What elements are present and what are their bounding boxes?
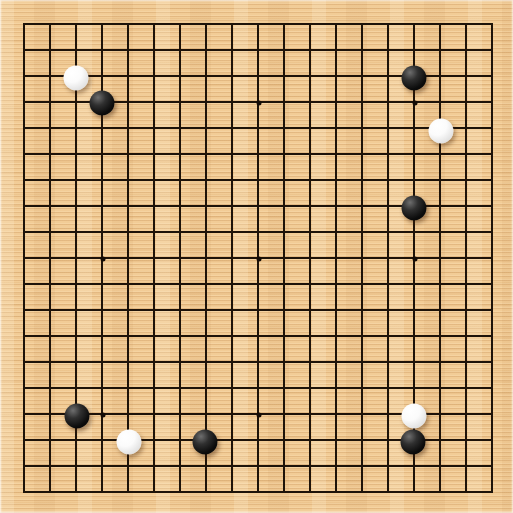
grid-line-vertical <box>491 23 493 493</box>
stone-black-C4 <box>64 403 89 428</box>
hoshi-point <box>256 100 261 105</box>
go-board[interactable] <box>0 0 513 513</box>
grid-line-horizontal <box>23 465 493 467</box>
stone-black-Q17 <box>401 65 426 90</box>
grid-line-horizontal <box>23 309 493 311</box>
stone-white-C17 <box>63 65 88 90</box>
grid-line-vertical <box>439 23 441 493</box>
hoshi-point <box>256 412 261 417</box>
grid-line-vertical <box>283 23 285 493</box>
hoshi-point <box>412 256 417 261</box>
grid-line-vertical <box>387 23 389 493</box>
grid-line-horizontal <box>23 491 493 493</box>
grid-line-horizontal <box>23 283 493 285</box>
stone-white-R15 <box>428 118 453 143</box>
grid-line-vertical <box>335 23 337 493</box>
grid-line-horizontal <box>23 335 493 337</box>
stone-black-Q12 <box>401 195 426 220</box>
grid-line-vertical <box>361 23 363 493</box>
stone-white-E3 <box>116 429 141 454</box>
grid-line-vertical <box>309 23 311 493</box>
stone-white-Q4 <box>401 403 426 428</box>
grid-line-vertical <box>465 23 467 493</box>
stone-black-H3 <box>192 429 217 454</box>
hoshi-point <box>256 256 261 261</box>
grid-line-horizontal <box>23 387 493 389</box>
stone-black-Q3 <box>400 429 425 454</box>
hoshi-point <box>100 256 105 261</box>
hoshi-point <box>412 100 417 105</box>
hoshi-point <box>100 412 105 417</box>
grid-line-horizontal <box>23 361 493 363</box>
stone-black-D16 <box>89 90 114 115</box>
